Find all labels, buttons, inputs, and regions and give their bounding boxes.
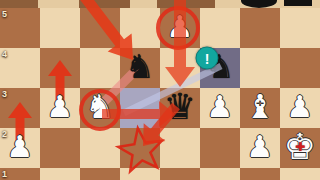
- arrow-efile-to-e4: [165, 0, 195, 87]
- good-move-badge: !: [196, 47, 219, 70]
- king-cross-emblem: ✚: [295, 140, 305, 154]
- annotation-overlay: [0, 0, 320, 180]
- chess-thumbnail: ! ✚ 54321♟♟♞♟♟♝♟♟♚♛♞♞: [0, 0, 320, 180]
- arrow-diagonal-to-d4: [74, 0, 133, 60]
